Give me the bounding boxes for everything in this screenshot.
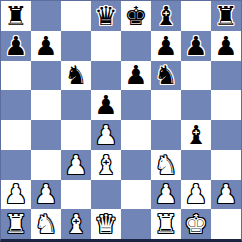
square-f6[interactable]: ♞ [151, 61, 181, 91]
square-h2[interactable]: ♟ [211, 180, 241, 210]
square-f1[interactable]: ♜ [151, 209, 181, 239]
piece-black-rook[interactable]: ♜ [214, 3, 237, 29]
piece-white-pawn[interactable]: ♟ [184, 181, 207, 207]
piece-black-queen[interactable]: ♛ [94, 3, 117, 29]
square-g2[interactable]: ♟ [181, 180, 211, 210]
square-c7[interactable] [61, 31, 91, 61]
square-a2[interactable]: ♟ [1, 180, 31, 210]
piece-white-pawn[interactable]: ♟ [154, 181, 177, 207]
piece-black-pawn[interactable]: ♟ [4, 33, 27, 59]
piece-white-bishop[interactable]: ♝ [64, 211, 87, 237]
piece-white-pawn[interactable]: ♟ [64, 152, 87, 178]
piece-white-rook[interactable]: ♜ [4, 211, 27, 237]
piece-black-pawn[interactable]: ♟ [34, 33, 57, 59]
square-c4[interactable] [61, 120, 91, 150]
square-a7[interactable]: ♟ [1, 31, 31, 61]
piece-black-pawn[interactable]: ♟ [94, 92, 117, 118]
square-f5[interactable] [151, 90, 181, 120]
piece-black-pawn[interactable]: ♟ [154, 33, 177, 59]
square-c5[interactable] [61, 90, 91, 120]
square-h1[interactable] [211, 209, 241, 239]
square-g4[interactable]: ♝ [181, 120, 211, 150]
square-d4[interactable]: ♟ [91, 120, 121, 150]
square-d6[interactable] [91, 61, 121, 91]
square-e4[interactable] [121, 120, 151, 150]
square-g1[interactable]: ♚ [181, 209, 211, 239]
square-b6[interactable] [31, 61, 61, 91]
piece-black-bishop[interactable]: ♝ [184, 122, 207, 148]
piece-black-knight[interactable]: ♞ [64, 62, 87, 88]
square-d5[interactable]: ♟ [91, 90, 121, 120]
piece-white-pawn[interactable]: ♟ [34, 181, 57, 207]
square-c6[interactable]: ♞ [61, 61, 91, 91]
square-a3[interactable] [1, 150, 31, 180]
square-h6[interactable] [211, 61, 241, 91]
piece-black-pawn[interactable]: ♟ [184, 33, 207, 59]
square-f7[interactable]: ♟ [151, 31, 181, 61]
square-f8[interactable]: ♝ [151, 1, 181, 31]
square-e1[interactable] [121, 209, 151, 239]
square-b5[interactable] [31, 90, 61, 120]
square-d7[interactable] [91, 31, 121, 61]
square-e3[interactable] [121, 150, 151, 180]
square-e5[interactable] [121, 90, 151, 120]
piece-white-queen[interactable]: ♛ [94, 211, 117, 237]
square-b4[interactable] [31, 120, 61, 150]
piece-black-pawn[interactable]: ♟ [124, 62, 147, 88]
square-e2[interactable] [121, 180, 151, 210]
square-g3[interactable] [181, 150, 211, 180]
square-b2[interactable]: ♟ [31, 180, 61, 210]
square-b7[interactable]: ♟ [31, 31, 61, 61]
square-a8[interactable]: ♜ [1, 1, 31, 31]
piece-white-pawn[interactable]: ♟ [94, 122, 117, 148]
square-g8[interactable] [181, 1, 211, 31]
square-g6[interactable] [181, 61, 211, 91]
square-a5[interactable] [1, 90, 31, 120]
piece-white-knight[interactable]: ♞ [34, 211, 57, 237]
square-g7[interactable]: ♟ [181, 31, 211, 61]
piece-white-rook[interactable]: ♜ [154, 211, 177, 237]
square-f4[interactable] [151, 120, 181, 150]
square-h7[interactable]: ♟ [211, 31, 241, 61]
square-b3[interactable] [31, 150, 61, 180]
square-d2[interactable] [91, 180, 121, 210]
square-c8[interactable] [61, 1, 91, 31]
piece-white-pawn[interactable]: ♟ [214, 181, 237, 207]
square-h4[interactable] [211, 120, 241, 150]
square-c3[interactable]: ♟ [61, 150, 91, 180]
square-e6[interactable]: ♟ [121, 61, 151, 91]
piece-black-rook[interactable]: ♜ [4, 3, 27, 29]
piece-black-knight[interactable]: ♞ [154, 62, 177, 88]
piece-white-pawn[interactable]: ♟ [4, 181, 27, 207]
square-b1[interactable]: ♞ [31, 209, 61, 239]
square-h5[interactable] [211, 90, 241, 120]
square-a4[interactable] [1, 120, 31, 150]
chess-board-container: ♜♛♚♝♜♟♟♟♟♟♞♟♞♟♟♝♟♝♞♟♟♟♟♟♜♞♝♛♜♚ [0, 0, 242, 242]
square-h3[interactable] [211, 150, 241, 180]
piece-black-pawn[interactable]: ♟ [214, 33, 237, 59]
square-a6[interactable] [1, 61, 31, 91]
square-g5[interactable] [181, 90, 211, 120]
square-e7[interactable] [121, 31, 151, 61]
square-h8[interactable]: ♜ [211, 1, 241, 31]
square-f2[interactable]: ♟ [151, 180, 181, 210]
square-d1[interactable]: ♛ [91, 209, 121, 239]
square-d3[interactable]: ♝ [91, 150, 121, 180]
square-b8[interactable] [31, 1, 61, 31]
square-f3[interactable]: ♞ [151, 150, 181, 180]
chess-board: ♜♛♚♝♜♟♟♟♟♟♞♟♞♟♟♝♟♝♞♟♟♟♟♟♜♞♝♛♜♚ [0, 0, 242, 242]
piece-white-knight[interactable]: ♞ [154, 152, 177, 178]
square-d8[interactable]: ♛ [91, 1, 121, 31]
square-e8[interactable]: ♚ [121, 1, 151, 31]
square-c1[interactable]: ♝ [61, 209, 91, 239]
piece-white-bishop[interactable]: ♝ [94, 152, 117, 178]
piece-black-bishop[interactable]: ♝ [154, 3, 177, 29]
piece-white-king[interactable]: ♚ [184, 211, 207, 237]
square-c2[interactable] [61, 180, 91, 210]
piece-black-king[interactable]: ♚ [124, 3, 147, 29]
square-a1[interactable]: ♜ [1, 209, 31, 239]
